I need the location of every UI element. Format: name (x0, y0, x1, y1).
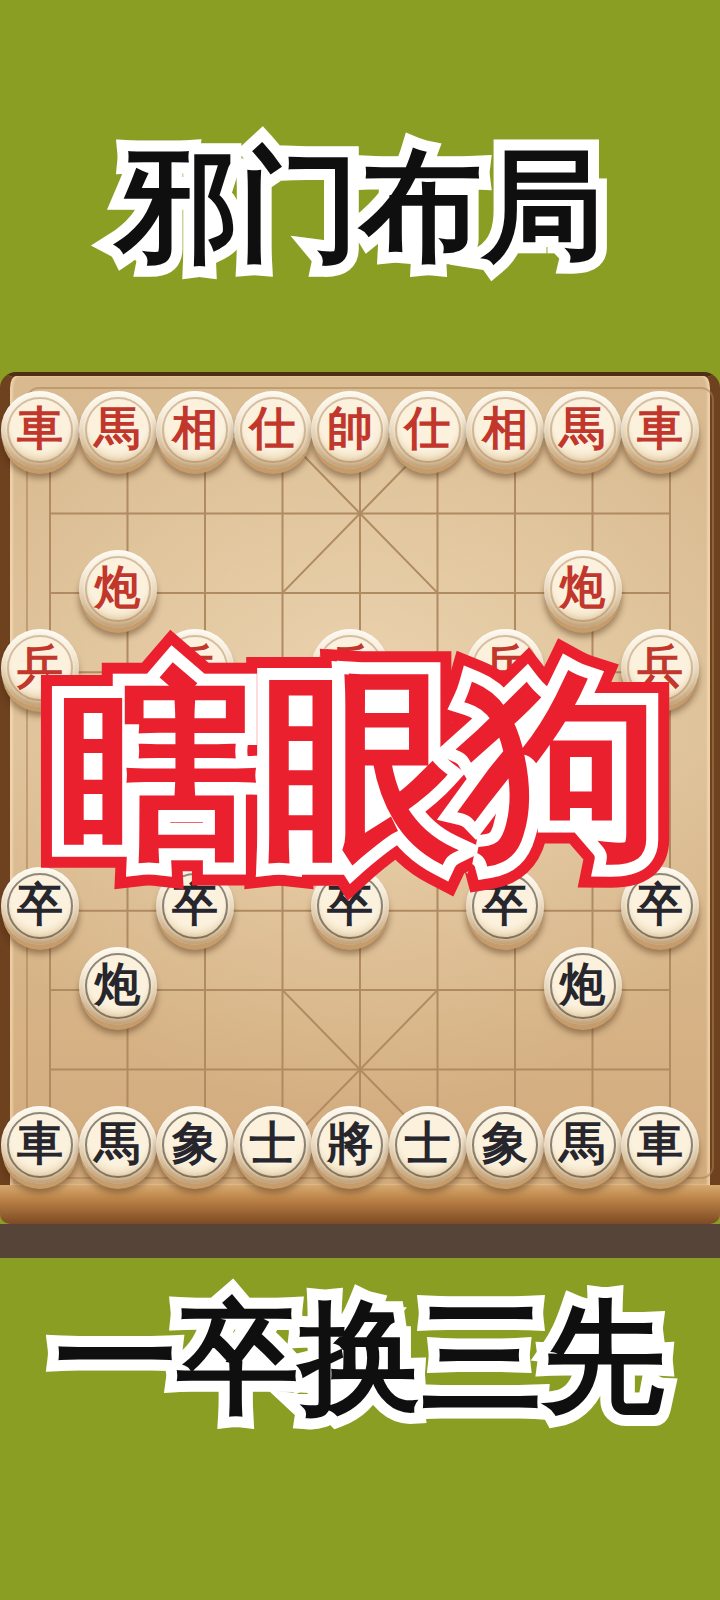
piece-glyph: 車 (637, 405, 683, 451)
piece-red-elephant[interactable]: 相 (466, 391, 544, 469)
piece-black-elephant[interactable]: 象 (466, 1106, 544, 1184)
piece-glyph: 仕 (250, 405, 296, 451)
piece-black-horse[interactable]: 馬 (544, 1106, 622, 1184)
piece-black-soldier[interactable]: 卒 (156, 867, 234, 945)
piece-black-horse[interactable]: 馬 (79, 1106, 157, 1184)
video-frame: 邪门布局 車馬相仕帥仕相馬車炮炮兵兵兵兵兵卒卒卒卒卒炮炮車馬象士將士象馬車 瞎眼… (0, 0, 720, 1600)
piece-glyph: 炮 (560, 564, 606, 610)
piece-black-chariot[interactable]: 車 (621, 1106, 699, 1184)
piece-black-advisor[interactable]: 士 (389, 1106, 467, 1184)
piece-glyph: 卒 (327, 881, 373, 927)
piece-black-cannon[interactable]: 炮 (79, 947, 157, 1025)
piece-red-advisor[interactable]: 仕 (234, 391, 312, 469)
piece-glyph: 卒 (482, 881, 528, 927)
board-shadow (0, 1224, 720, 1258)
piece-glyph: 炮 (560, 961, 606, 1007)
piece-black-advisor[interactable]: 士 (234, 1106, 312, 1184)
piece-red-chariot[interactable]: 車 (621, 391, 699, 469)
piece-black-elephant[interactable]: 象 (156, 1106, 234, 1184)
piece-black-chariot[interactable]: 車 (1, 1106, 79, 1184)
piece-red-cannon[interactable]: 炮 (79, 550, 157, 628)
piece-glyph: 將 (327, 1120, 373, 1166)
piece-red-cannon[interactable]: 炮 (544, 550, 622, 628)
piece-glyph: 士 (405, 1120, 451, 1166)
piece-glyph: 炮 (95, 564, 141, 610)
piece-glyph: 車 (17, 405, 63, 451)
piece-glyph: 馬 (95, 1120, 141, 1166)
piece-glyph: 相 (482, 405, 528, 451)
piece-black-soldier[interactable]: 卒 (466, 867, 544, 945)
piece-black-soldier[interactable]: 卒 (1, 867, 79, 945)
piece-glyph: 卒 (17, 881, 63, 927)
piece-glyph: 卒 (637, 881, 683, 927)
piece-glyph: 馬 (560, 405, 606, 451)
piece-black-soldier[interactable]: 卒 (621, 867, 699, 945)
piece-glyph: 象 (482, 1120, 528, 1166)
piece-red-general[interactable]: 帥 (311, 391, 389, 469)
piece-glyph: 卒 (172, 881, 218, 927)
piece-black-general[interactable]: 將 (311, 1106, 389, 1184)
board-front-edge-icon (0, 1185, 720, 1224)
top-caption: 邪门布局 (0, 142, 720, 270)
piece-red-horse[interactable]: 馬 (79, 391, 157, 469)
piece-red-elephant[interactable]: 相 (156, 391, 234, 469)
piece-black-cannon[interactable]: 炮 (544, 947, 622, 1025)
piece-glyph: 馬 (560, 1120, 606, 1166)
piece-black-soldier[interactable]: 卒 (311, 867, 389, 945)
piece-glyph: 車 (637, 1120, 683, 1166)
piece-glyph: 仕 (405, 405, 451, 451)
bottom-caption: 一卒换三先 (0, 1294, 720, 1422)
piece-glyph: 馬 (95, 405, 141, 451)
piece-glyph: 相 (172, 405, 218, 451)
piece-glyph: 象 (172, 1120, 218, 1166)
piece-red-horse[interactable]: 馬 (544, 391, 622, 469)
piece-red-advisor[interactable]: 仕 (389, 391, 467, 469)
piece-red-chariot[interactable]: 車 (1, 391, 79, 469)
center-overlay-caption: 瞎眼狗 (0, 662, 720, 872)
piece-glyph: 炮 (95, 961, 141, 1007)
piece-glyph: 士 (250, 1120, 296, 1166)
piece-glyph: 車 (17, 1120, 63, 1166)
piece-glyph: 帥 (327, 405, 373, 451)
